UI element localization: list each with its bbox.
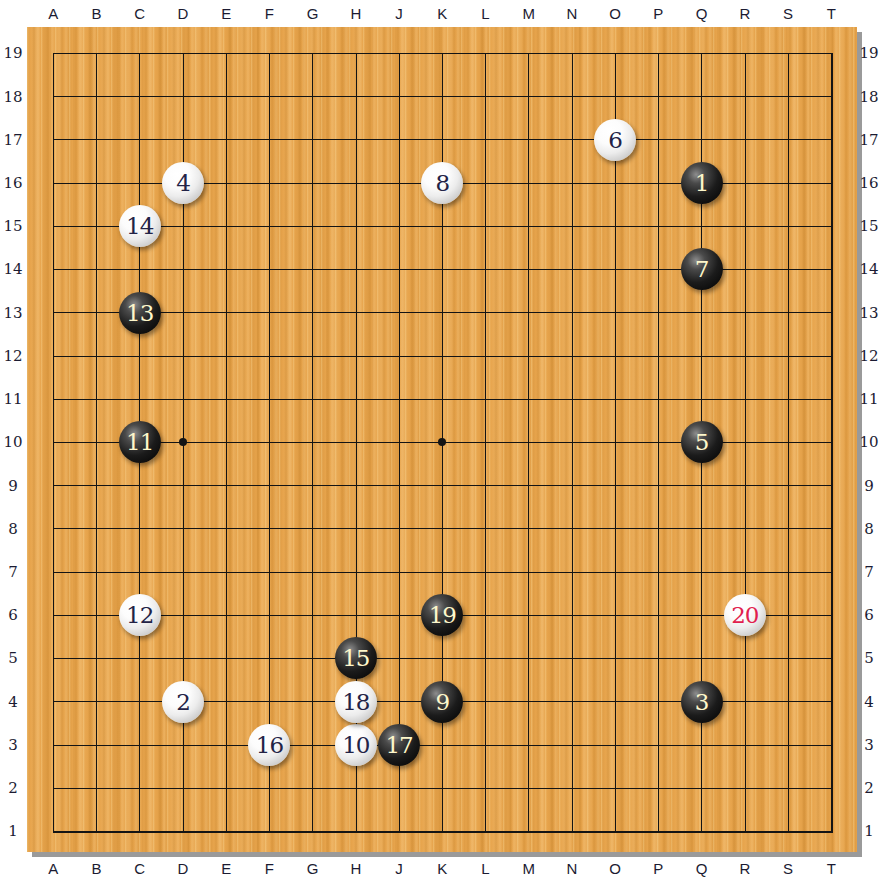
row-label-left-3: 3 xyxy=(8,737,18,752)
go-board-diagram: AABBCCDDEEFFGGHHJJKKLLMMNNOOPPQQRRSSTT19… xyxy=(0,0,886,882)
col-label-bottom-E: E xyxy=(221,861,231,876)
col-label-top-G: G xyxy=(307,6,319,21)
row-label-right-2: 2 xyxy=(864,781,874,796)
stone-white-D4-move-2[interactable]: 2 xyxy=(162,681,204,723)
move-number: 14 xyxy=(126,205,153,247)
stone-black-K4-move-9[interactable]: 9 xyxy=(421,681,463,723)
row-label-right-18: 18 xyxy=(859,89,878,104)
row-label-right-5: 5 xyxy=(864,651,874,666)
row-label-left-18: 18 xyxy=(3,89,22,104)
col-label-top-M: M xyxy=(522,6,535,21)
row-label-right-15: 15 xyxy=(859,219,878,234)
col-label-top-B: B xyxy=(92,6,102,21)
col-label-top-N: N xyxy=(567,6,578,21)
col-label-bottom-S: S xyxy=(783,861,793,876)
col-label-bottom-Q: Q xyxy=(696,861,708,876)
stone-white-H3-move-10[interactable]: 10 xyxy=(335,724,377,766)
col-label-bottom-J: J xyxy=(395,861,403,876)
row-label-right-11: 11 xyxy=(859,392,878,407)
row-label-left-13: 13 xyxy=(3,305,22,320)
row-label-right-4: 4 xyxy=(864,694,874,709)
move-number: 7 xyxy=(695,248,709,290)
row-label-right-16: 16 xyxy=(859,175,878,190)
move-number: 11 xyxy=(126,421,153,463)
col-label-bottom-D: D xyxy=(178,861,189,876)
col-label-top-H: H xyxy=(350,6,361,21)
stone-black-K6-move-19[interactable]: 19 xyxy=(421,594,463,636)
stone-black-Q4-move-3[interactable]: 3 xyxy=(681,681,723,723)
col-label-bottom-L: L xyxy=(481,861,489,876)
row-label-left-14: 14 xyxy=(3,262,22,277)
col-label-bottom-B: B xyxy=(92,861,102,876)
col-label-bottom-C: C xyxy=(134,861,145,876)
stone-black-Q14-move-7[interactable]: 7 xyxy=(681,248,723,290)
move-number: 13 xyxy=(126,292,153,334)
row-label-right-19: 19 xyxy=(859,46,878,61)
row-label-right-17: 17 xyxy=(859,132,878,147)
move-number: 1 xyxy=(695,162,709,204)
col-label-top-P: P xyxy=(653,6,663,21)
row-label-right-3: 3 xyxy=(864,737,874,752)
stone-white-C6-move-12[interactable]: 12 xyxy=(119,594,161,636)
col-label-bottom-H: H xyxy=(350,861,361,876)
row-label-right-12: 12 xyxy=(859,348,878,363)
col-label-top-C: C xyxy=(134,6,145,21)
row-label-left-4: 4 xyxy=(8,694,18,709)
stone-black-H5-move-15[interactable]: 15 xyxy=(335,637,377,679)
col-label-bottom-K: K xyxy=(437,861,447,876)
stone-black-Q10-move-5[interactable]: 5 xyxy=(681,421,723,463)
move-number: 19 xyxy=(429,594,456,636)
col-label-bottom-P: P xyxy=(653,861,663,876)
col-label-top-T: T xyxy=(827,6,836,21)
col-label-bottom-R: R xyxy=(739,861,750,876)
move-number: 4 xyxy=(176,162,190,204)
move-number: 8 xyxy=(435,162,449,204)
stone-black-C10-move-11[interactable]: 11 xyxy=(119,421,161,463)
col-label-top-F: F xyxy=(265,6,274,21)
stone-black-Q16-move-1[interactable]: 1 xyxy=(681,162,723,204)
row-label-left-2: 2 xyxy=(8,781,18,796)
star-point-D10 xyxy=(179,438,187,446)
row-label-left-7: 7 xyxy=(8,564,18,579)
col-label-bottom-G: G xyxy=(307,861,319,876)
col-label-top-E: E xyxy=(221,6,231,21)
move-number: 5 xyxy=(695,421,709,463)
row-label-right-13: 13 xyxy=(859,305,878,320)
move-number: 2 xyxy=(176,681,190,723)
move-number: 9 xyxy=(435,681,449,723)
star-point-K10 xyxy=(438,438,446,446)
stone-black-J3-move-17[interactable]: 17 xyxy=(378,724,420,766)
stone-white-F3-move-16[interactable]: 16 xyxy=(248,724,290,766)
col-label-bottom-F: F xyxy=(265,861,274,876)
stone-white-H4-move-18[interactable]: 18 xyxy=(335,681,377,723)
move-number: 15 xyxy=(342,637,369,679)
move-number: 10 xyxy=(342,724,369,766)
row-label-right-1: 1 xyxy=(864,824,874,839)
row-label-right-9: 9 xyxy=(864,478,874,493)
row-label-left-10: 10 xyxy=(3,435,22,450)
move-number: 20 xyxy=(731,594,758,636)
row-label-left-15: 15 xyxy=(3,219,22,234)
move-number: 3 xyxy=(695,681,709,723)
col-label-bottom-A: A xyxy=(48,861,58,876)
row-label-right-14: 14 xyxy=(859,262,878,277)
col-label-bottom-O: O xyxy=(609,861,621,876)
col-label-top-J: J xyxy=(395,6,403,21)
row-label-left-8: 8 xyxy=(8,521,18,536)
col-label-bottom-M: M xyxy=(522,861,535,876)
row-label-right-10: 10 xyxy=(859,435,878,450)
move-number: 17 xyxy=(385,724,412,766)
stone-white-D16-move-4[interactable]: 4 xyxy=(162,162,204,204)
move-number: 18 xyxy=(342,681,369,723)
stone-white-K16-move-8[interactable]: 8 xyxy=(421,162,463,204)
col-label-bottom-N: N xyxy=(567,861,578,876)
row-label-left-6: 6 xyxy=(8,608,18,623)
row-label-left-12: 12 xyxy=(3,348,22,363)
stone-white-O17-move-6[interactable]: 6 xyxy=(594,119,636,161)
row-label-left-16: 16 xyxy=(3,175,22,190)
row-label-left-17: 17 xyxy=(3,132,22,147)
col-label-top-O: O xyxy=(609,6,621,21)
stone-black-C13-move-13[interactable]: 13 xyxy=(119,292,161,334)
row-label-left-5: 5 xyxy=(8,651,18,666)
col-label-bottom-T: T xyxy=(827,861,836,876)
col-label-top-Q: Q xyxy=(696,6,708,21)
col-label-top-A: A xyxy=(48,6,58,21)
row-label-left-19: 19 xyxy=(3,46,22,61)
row-label-left-11: 11 xyxy=(3,392,22,407)
col-label-top-R: R xyxy=(739,6,750,21)
col-label-top-D: D xyxy=(178,6,189,21)
move-number: 6 xyxy=(608,119,622,161)
stone-white-C15-move-14[interactable]: 14 xyxy=(119,205,161,247)
row-label-right-7: 7 xyxy=(864,564,874,579)
row-label-right-6: 6 xyxy=(864,608,874,623)
row-label-right-8: 8 xyxy=(864,521,874,536)
col-label-top-L: L xyxy=(481,6,489,21)
move-number: 16 xyxy=(256,724,283,766)
row-label-left-9: 9 xyxy=(8,478,18,493)
row-label-left-1: 1 xyxy=(8,824,18,839)
col-label-top-K: K xyxy=(437,6,447,21)
move-number: 12 xyxy=(126,594,153,636)
stone-white-R6-move-20[interactable]: 20 xyxy=(724,594,766,636)
col-label-top-S: S xyxy=(783,6,793,21)
